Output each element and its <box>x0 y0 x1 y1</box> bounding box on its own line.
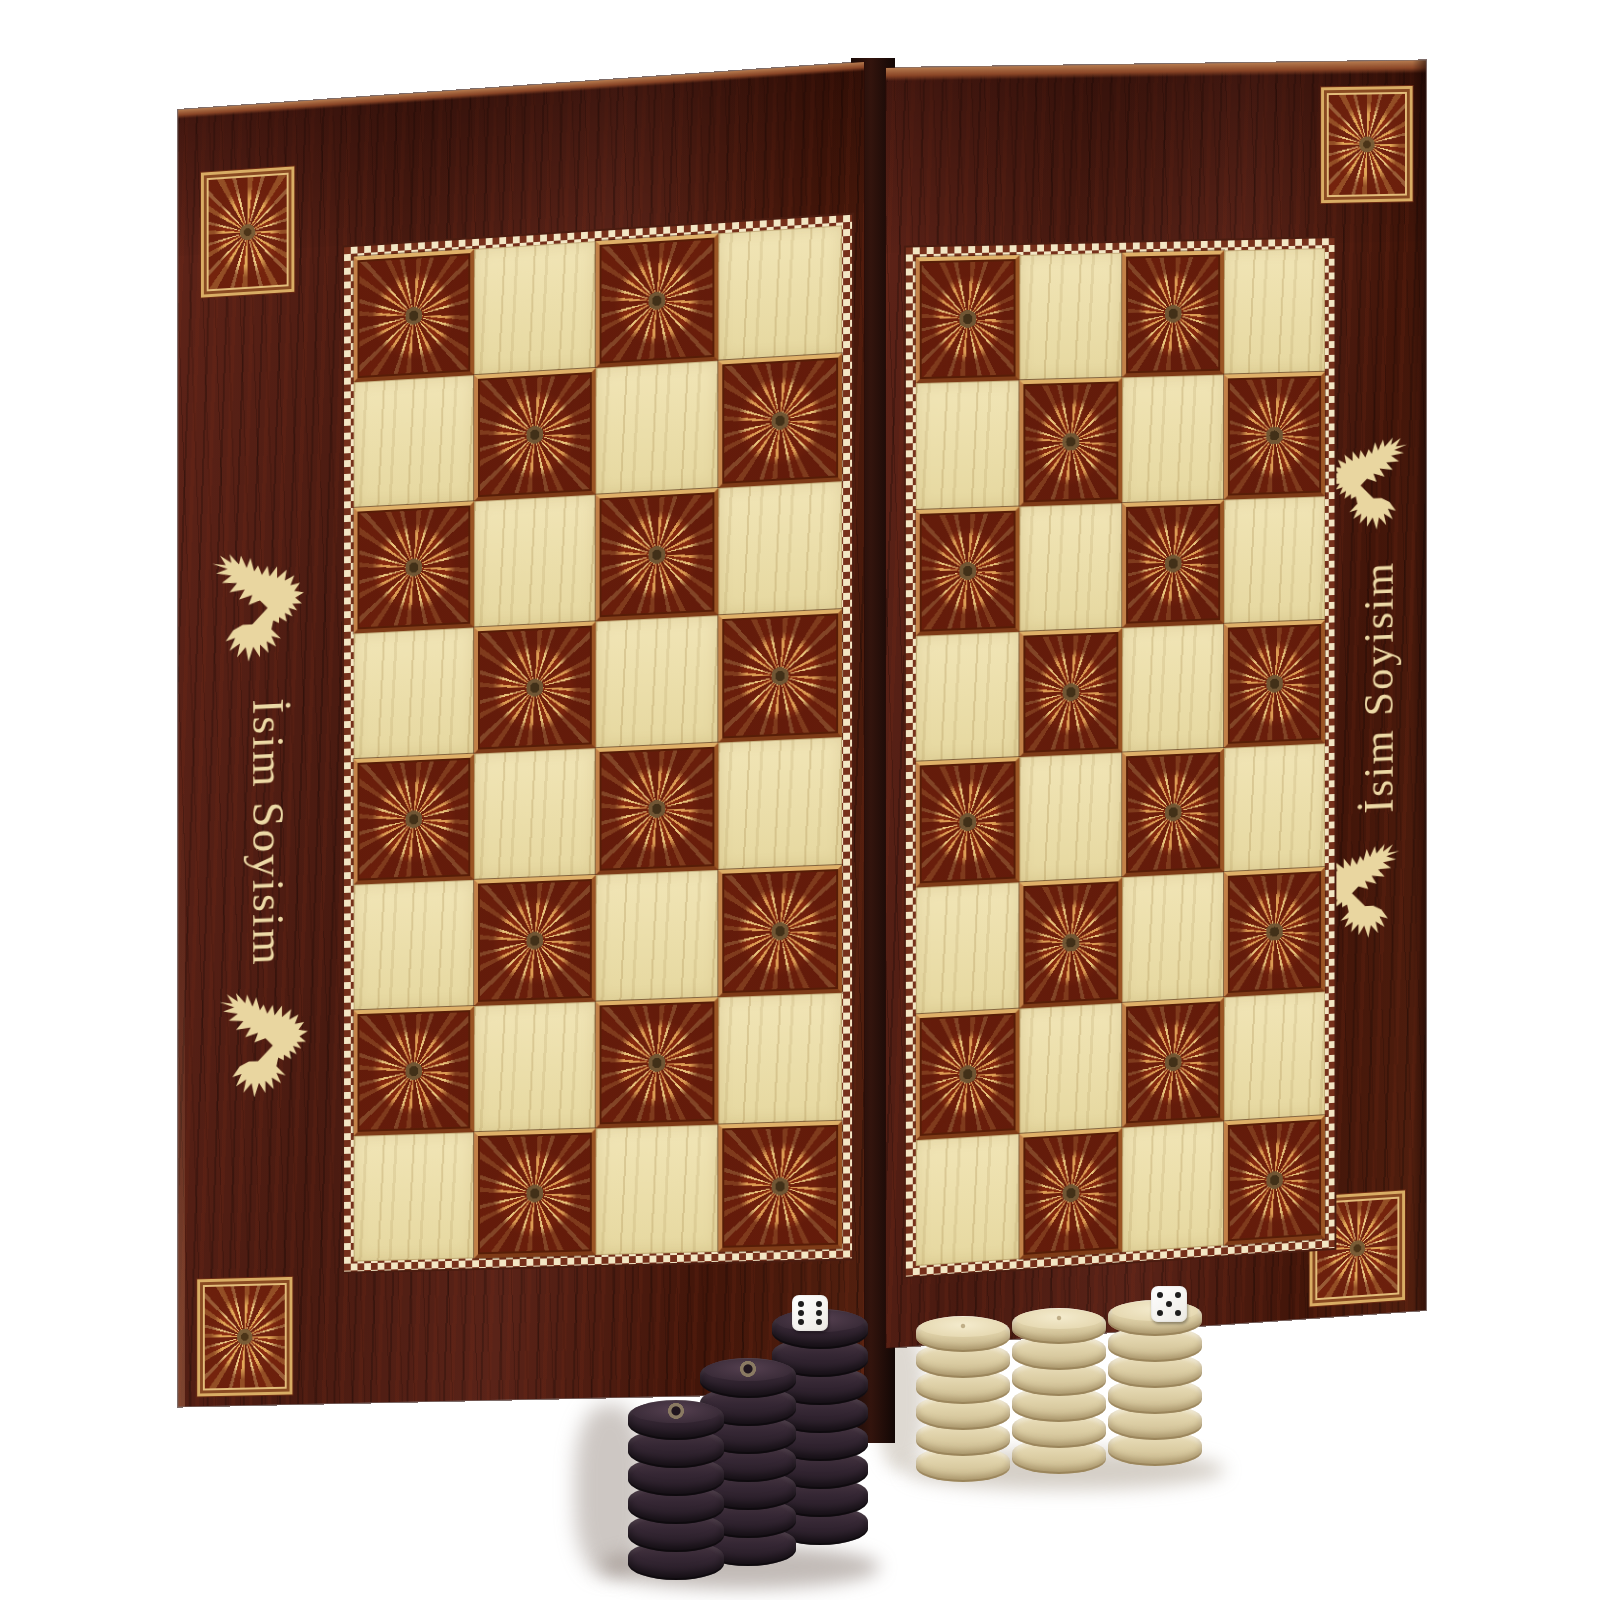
board-cell-dark <box>596 743 719 875</box>
die-pip <box>798 1310 804 1316</box>
board-cell-light <box>1019 503 1122 632</box>
board-cell-light <box>1019 1002 1122 1133</box>
board-grid-right <box>916 248 1325 1266</box>
board-cell-light <box>474 241 596 375</box>
board-cell-light <box>474 1002 596 1133</box>
board-cell-dark <box>916 506 1020 636</box>
corner-rosette-icon <box>201 166 294 297</box>
board-cell-dark <box>354 249 474 382</box>
board-cell-light <box>1224 991 1325 1121</box>
board-cell-dark <box>354 1006 474 1136</box>
die-pip <box>1175 1292 1181 1298</box>
board-cell-dark <box>1122 997 1224 1128</box>
board-cell-light <box>718 225 842 360</box>
board-grid-left <box>354 225 842 1261</box>
board-cell-light <box>596 1125 719 1256</box>
light-checker-disc <box>916 1316 1010 1352</box>
panel-top-bevel-edge <box>178 62 864 119</box>
die-pip <box>798 1301 804 1307</box>
board-cell-light <box>354 880 474 1011</box>
board-cell-dark <box>916 1008 1020 1140</box>
corner-rosette-icon <box>197 1277 292 1397</box>
board-cell-dark <box>1122 499 1224 627</box>
dark-checker-disc <box>628 1400 724 1440</box>
board-cell-light <box>916 1134 1020 1266</box>
board-field-right <box>904 236 1337 1279</box>
board-cell-dark <box>718 609 842 742</box>
board-cell-light <box>916 381 1020 510</box>
board-cell-dark <box>916 255 1020 383</box>
board-cell-dark <box>596 488 719 621</box>
board-cell-dark <box>474 621 596 753</box>
die-5 <box>1151 1286 1187 1322</box>
board-panel-left: İsim Soyisim <box>178 62 864 1407</box>
board-cell-light <box>474 748 596 880</box>
eagle-ornament-icon <box>199 545 332 674</box>
board-cell-light <box>1019 253 1122 381</box>
die-pip <box>1157 1292 1163 1298</box>
board-cell-light <box>1122 872 1224 1002</box>
board-cell-light <box>718 993 842 1125</box>
checker-stack-light-2 <box>1012 1308 1106 1474</box>
board-cell-dark <box>1019 1127 1122 1259</box>
board-cell-light <box>354 1132 474 1261</box>
die-pip <box>798 1319 804 1325</box>
die-pip <box>1175 1310 1181 1316</box>
die-pip <box>1157 1310 1163 1316</box>
board-cell-dark <box>718 865 842 997</box>
product-photo-stage: İsim Soyisim İsim Soyisim <box>0 0 1600 1600</box>
board-cell-dark <box>1224 372 1325 499</box>
personalization-text-left: İsim Soyisim <box>243 697 294 967</box>
dark-checker-disc <box>700 1358 796 1398</box>
die-pip <box>816 1301 822 1307</box>
corner-rosette-icon <box>1321 86 1412 203</box>
board-field-left <box>342 213 854 1274</box>
board-cell-dark <box>1224 620 1325 748</box>
board-cell-light <box>1122 375 1224 503</box>
board-cell-light <box>1019 752 1122 882</box>
board-cell-light <box>354 627 474 759</box>
panel-left-edge-highlight <box>178 784 185 1407</box>
board-cell-light <box>1122 1121 1224 1252</box>
board-cell-light <box>916 883 1020 1014</box>
die-pip <box>1166 1301 1172 1307</box>
board-cell-dark <box>354 501 474 633</box>
personalization-text-right: İsim Soyisim <box>1354 560 1403 814</box>
checker-stack-dark-1 <box>628 1400 724 1580</box>
board-cell-light <box>596 361 719 495</box>
board-cell-dark <box>596 997 719 1128</box>
board-cell-light <box>1224 743 1325 872</box>
board-cell-light <box>718 737 842 870</box>
board-cell-light <box>596 615 719 748</box>
checker-stack-light-1 <box>916 1316 1010 1482</box>
board-cell-dark <box>1019 378 1122 506</box>
board-cell-dark <box>474 1128 596 1258</box>
board-cell-light <box>596 870 719 1002</box>
board-cell-light <box>1122 624 1224 753</box>
board-cell-dark <box>1224 867 1325 996</box>
die-6 <box>792 1295 828 1331</box>
board-cell-light <box>1224 496 1325 624</box>
board-cell-dark <box>354 754 474 885</box>
checker-stack-light-3 <box>1108 1300 1202 1466</box>
board-cell-dark <box>474 368 596 501</box>
board-cell-light <box>354 375 474 508</box>
eagle-ornament-icon <box>207 986 336 1108</box>
board-cell-dark <box>1122 250 1224 377</box>
die-pip <box>816 1310 822 1316</box>
board-cell-dark <box>474 875 596 1006</box>
die-pip <box>816 1319 822 1325</box>
board-panel-right: İsim Soyisim <box>886 60 1426 1348</box>
board-cell-dark <box>1122 748 1224 877</box>
board-cell-dark <box>718 353 842 488</box>
board-cell-dark <box>916 757 1020 888</box>
board-cell-light <box>474 495 596 628</box>
board-cell-dark <box>1019 877 1122 1008</box>
board-cell-light <box>1224 248 1325 375</box>
board-cell-dark <box>1224 1115 1325 1246</box>
board-cell-dark <box>596 233 719 368</box>
panel-top-bevel-edge <box>886 60 1426 81</box>
board-cell-light <box>718 481 842 615</box>
board-cell-light <box>916 632 1020 762</box>
light-checker-disc <box>1012 1308 1106 1344</box>
board-cell-dark <box>1019 628 1122 758</box>
board-cell-dark <box>718 1121 842 1252</box>
panel-right-edge <box>1413 60 1426 1311</box>
